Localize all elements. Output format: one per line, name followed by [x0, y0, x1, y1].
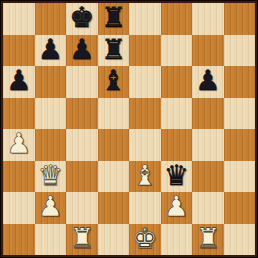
square-d8[interactable]: ♜	[98, 3, 130, 35]
square-c7[interactable]: ♟	[66, 35, 98, 67]
chess-board-frame: ♚♜♟♟♜♟♝♟♟♛♝♛♟♟♜♚♜	[0, 0, 258, 258]
square-f2[interactable]: ♟	[161, 192, 193, 224]
square-g4[interactable]	[192, 129, 224, 161]
white-rook-piece[interactable]: ♜	[69, 224, 94, 254]
square-e2[interactable]	[129, 192, 161, 224]
square-f7[interactable]	[161, 35, 193, 67]
square-a5[interactable]	[3, 98, 35, 130]
square-c2[interactable]	[66, 192, 98, 224]
square-h2[interactable]	[224, 192, 256, 224]
black-pawn-piece[interactable]: ♟	[6, 66, 31, 96]
white-pawn-piece[interactable]: ♟	[6, 129, 31, 159]
white-king-piece[interactable]: ♚	[132, 224, 157, 254]
square-d3[interactable]	[98, 161, 130, 193]
square-g5[interactable]	[192, 98, 224, 130]
square-g1[interactable]: ♜	[192, 224, 224, 256]
square-a1[interactable]	[3, 224, 35, 256]
square-g3[interactable]	[192, 161, 224, 193]
square-h7[interactable]	[224, 35, 256, 67]
square-g6[interactable]: ♟	[192, 66, 224, 98]
square-f1[interactable]	[161, 224, 193, 256]
square-g8[interactable]	[192, 3, 224, 35]
square-a7[interactable]	[3, 35, 35, 67]
square-e5[interactable]	[129, 98, 161, 130]
square-h5[interactable]	[224, 98, 256, 130]
chess-board-grid: ♚♜♟♟♜♟♝♟♟♛♝♛♟♟♜♚♜	[3, 3, 255, 255]
square-c5[interactable]	[66, 98, 98, 130]
square-b2[interactable]: ♟	[35, 192, 67, 224]
square-e6[interactable]	[129, 66, 161, 98]
square-e3[interactable]: ♝	[129, 161, 161, 193]
square-e8[interactable]	[129, 3, 161, 35]
white-pawn-piece[interactable]: ♟	[164, 192, 189, 222]
square-g7[interactable]	[192, 35, 224, 67]
square-b5[interactable]	[35, 98, 67, 130]
square-f5[interactable]	[161, 98, 193, 130]
square-a6[interactable]: ♟	[3, 66, 35, 98]
black-pawn-piece[interactable]: ♟	[195, 66, 220, 96]
square-e4[interactable]	[129, 129, 161, 161]
square-a2[interactable]	[3, 192, 35, 224]
square-a8[interactable]	[3, 3, 35, 35]
square-e1[interactable]: ♚	[129, 224, 161, 256]
black-rook-piece[interactable]: ♜	[101, 3, 126, 33]
square-a4[interactable]: ♟	[3, 129, 35, 161]
square-d2[interactable]	[98, 192, 130, 224]
square-c3[interactable]	[66, 161, 98, 193]
square-f6[interactable]	[161, 66, 193, 98]
square-h6[interactable]	[224, 66, 256, 98]
black-bishop-piece[interactable]: ♝	[101, 66, 126, 96]
square-c4[interactable]	[66, 129, 98, 161]
square-g2[interactable]	[192, 192, 224, 224]
square-b6[interactable]	[35, 66, 67, 98]
square-h8[interactable]	[224, 3, 256, 35]
square-f8[interactable]	[161, 3, 193, 35]
black-queen-piece[interactable]: ♛	[164, 161, 189, 191]
square-b4[interactable]	[35, 129, 67, 161]
square-c8[interactable]: ♚	[66, 3, 98, 35]
square-e7[interactable]	[129, 35, 161, 67]
square-c6[interactable]	[66, 66, 98, 98]
square-c1[interactable]: ♜	[66, 224, 98, 256]
square-a3[interactable]	[3, 161, 35, 193]
black-pawn-piece[interactable]: ♟	[38, 35, 63, 65]
square-d7[interactable]: ♜	[98, 35, 130, 67]
square-d4[interactable]	[98, 129, 130, 161]
black-rook-piece[interactable]: ♜	[101, 35, 126, 65]
square-d6[interactable]: ♝	[98, 66, 130, 98]
square-b3[interactable]: ♛	[35, 161, 67, 193]
black-king-piece[interactable]: ♚	[69, 3, 94, 33]
square-f3[interactable]: ♛	[161, 161, 193, 193]
white-queen-piece[interactable]: ♛	[38, 161, 63, 191]
white-rook-piece[interactable]: ♜	[195, 224, 220, 254]
square-b8[interactable]	[35, 3, 67, 35]
square-f4[interactable]	[161, 129, 193, 161]
black-pawn-piece[interactable]: ♟	[69, 35, 94, 65]
square-d1[interactable]	[98, 224, 130, 256]
square-d5[interactable]	[98, 98, 130, 130]
square-b7[interactable]: ♟	[35, 35, 67, 67]
square-h1[interactable]	[224, 224, 256, 256]
white-bishop-piece[interactable]: ♝	[132, 161, 157, 191]
square-h3[interactable]	[224, 161, 256, 193]
white-pawn-piece[interactable]: ♟	[38, 192, 63, 222]
square-b1[interactable]	[35, 224, 67, 256]
square-h4[interactable]	[224, 129, 256, 161]
